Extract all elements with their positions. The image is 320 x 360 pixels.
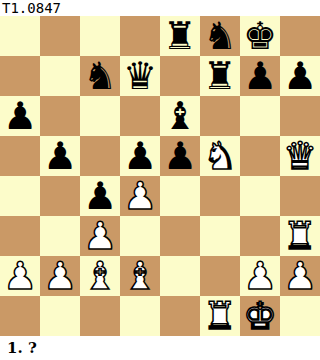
square-b1[interactable]: [40, 296, 80, 336]
white-rook: ♜: [283, 216, 317, 256]
square-b3[interactable]: [40, 216, 80, 256]
white-queen: ♛: [283, 136, 317, 176]
square-g3[interactable]: [240, 216, 280, 256]
square-e6[interactable]: ♝: [160, 96, 200, 136]
square-c4[interactable]: ♟: [80, 176, 120, 216]
square-g8[interactable]: ♚: [240, 16, 280, 56]
square-f4[interactable]: [200, 176, 240, 216]
square-b4[interactable]: [40, 176, 80, 216]
square-c1[interactable]: [80, 296, 120, 336]
square-a5[interactable]: [0, 136, 40, 176]
square-f6[interactable]: [200, 96, 240, 136]
square-d5[interactable]: ♟: [120, 136, 160, 176]
square-a8[interactable]: [0, 16, 40, 56]
square-b8[interactable]: [40, 16, 80, 56]
black-pawn: ♟: [243, 56, 277, 96]
square-b6[interactable]: [40, 96, 80, 136]
square-h2[interactable]: ♟: [280, 256, 320, 296]
white-pawn: ♟: [43, 256, 77, 296]
black-knight: ♞: [83, 56, 117, 96]
square-h6[interactable]: [280, 96, 320, 136]
square-c7[interactable]: ♞: [80, 56, 120, 96]
white-pawn: ♟: [83, 216, 117, 256]
white-pawn: ♟: [3, 256, 37, 296]
square-a2[interactable]: ♟: [0, 256, 40, 296]
square-h5[interactable]: ♛: [280, 136, 320, 176]
square-c5[interactable]: [80, 136, 120, 176]
square-h3[interactable]: ♜: [280, 216, 320, 256]
square-e2[interactable]: [160, 256, 200, 296]
white-pawn: ♟: [123, 176, 157, 216]
square-h8[interactable]: [280, 16, 320, 56]
white-pawn: ♟: [283, 256, 317, 296]
square-e1[interactable]: [160, 296, 200, 336]
square-g4[interactable]: [240, 176, 280, 216]
square-h7[interactable]: ♟: [280, 56, 320, 96]
square-d2[interactable]: ♝: [120, 256, 160, 296]
black-pawn: ♟: [83, 176, 117, 216]
square-c2[interactable]: ♝: [80, 256, 120, 296]
black-knight: ♞: [203, 16, 237, 56]
square-g5[interactable]: [240, 136, 280, 176]
square-b2[interactable]: ♟: [40, 256, 80, 296]
square-g6[interactable]: [240, 96, 280, 136]
white-bishop: ♝: [123, 256, 157, 296]
black-rook: ♜: [163, 16, 197, 56]
black-king: ♚: [243, 16, 277, 56]
square-e3[interactable]: [160, 216, 200, 256]
white-bishop: ♝: [83, 256, 117, 296]
square-d4[interactable]: ♟: [120, 176, 160, 216]
white-pawn: ♟: [243, 256, 277, 296]
move-prompt: 1. ?: [0, 336, 320, 360]
square-g1[interactable]: ♚: [240, 296, 280, 336]
square-e7[interactable]: [160, 56, 200, 96]
white-knight: ♞: [203, 136, 237, 176]
square-f1[interactable]: ♜: [200, 296, 240, 336]
square-b5[interactable]: ♟: [40, 136, 80, 176]
square-f7[interactable]: ♜: [200, 56, 240, 96]
white-king: ♚: [243, 296, 277, 336]
black-pawn: ♟: [123, 136, 157, 176]
chess-puzzle-page: T1.0847 ♜♞♚♞♛♜♟♟♟♝♟♟♟♞♛♟♟♟♜♟♟♝♝♟♟♜♚ 1. ?: [0, 0, 320, 360]
square-e5[interactable]: ♟: [160, 136, 200, 176]
square-a6[interactable]: ♟: [0, 96, 40, 136]
square-f8[interactable]: ♞: [200, 16, 240, 56]
square-e8[interactable]: ♜: [160, 16, 200, 56]
square-f5[interactable]: ♞: [200, 136, 240, 176]
white-rook: ♜: [203, 296, 237, 336]
square-g2[interactable]: ♟: [240, 256, 280, 296]
chess-board: ♜♞♚♞♛♜♟♟♟♝♟♟♟♞♛♟♟♟♜♟♟♝♝♟♟♜♚: [0, 16, 320, 336]
black-bishop: ♝: [163, 96, 197, 136]
square-a4[interactable]: [0, 176, 40, 216]
square-c8[interactable]: [80, 16, 120, 56]
square-d7[interactable]: ♛: [120, 56, 160, 96]
square-e4[interactable]: [160, 176, 200, 216]
square-b7[interactable]: [40, 56, 80, 96]
black-pawn: ♟: [163, 136, 197, 176]
square-d8[interactable]: [120, 16, 160, 56]
black-pawn: ♟: [283, 56, 317, 96]
square-a3[interactable]: [0, 216, 40, 256]
square-c6[interactable]: [80, 96, 120, 136]
square-a1[interactable]: [0, 296, 40, 336]
square-h1[interactable]: [280, 296, 320, 336]
square-d1[interactable]: [120, 296, 160, 336]
square-g7[interactable]: ♟: [240, 56, 280, 96]
square-a7[interactable]: [0, 56, 40, 96]
square-d3[interactable]: [120, 216, 160, 256]
black-pawn: ♟: [43, 136, 77, 176]
square-d6[interactable]: [120, 96, 160, 136]
square-f2[interactable]: [200, 256, 240, 296]
square-f3[interactable]: [200, 216, 240, 256]
black-pawn: ♟: [3, 96, 37, 136]
black-rook: ♜: [203, 56, 237, 96]
square-h4[interactable]: [280, 176, 320, 216]
square-c3[interactable]: ♟: [80, 216, 120, 256]
black-queen: ♛: [123, 56, 157, 96]
